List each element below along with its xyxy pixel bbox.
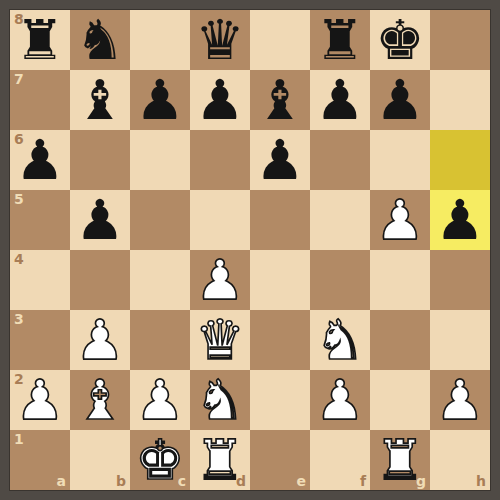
piece-black-pawn[interactable]: ♟ — [430, 190, 490, 250]
square-e7[interactable]: ♝ — [250, 70, 310, 130]
piece-black-pawn[interactable]: ♟ — [70, 190, 130, 250]
file-label-h: h — [476, 473, 486, 489]
file-label-e: e — [297, 473, 307, 489]
rank-label-4: 4 — [14, 251, 24, 267]
square-g3[interactable] — [370, 310, 430, 370]
square-e3[interactable] — [250, 310, 310, 370]
piece-black-bishop[interactable]: ♝ — [250, 70, 310, 130]
piece-white-king[interactable]: ♚ — [130, 430, 190, 490]
square-c2[interactable]: ♟ — [130, 370, 190, 430]
rank-label-5: 5 — [14, 191, 24, 207]
square-f4[interactable] — [310, 250, 370, 310]
piece-black-pawn[interactable]: ♟ — [370, 70, 430, 130]
piece-white-pawn[interactable]: ♟ — [130, 370, 190, 430]
square-f1[interactable]: f — [310, 430, 370, 490]
square-c7[interactable]: ♟ — [130, 70, 190, 130]
square-e2[interactable] — [250, 370, 310, 430]
piece-white-pawn[interactable]: ♟ — [370, 190, 430, 250]
piece-black-pawn[interactable]: ♟ — [310, 70, 370, 130]
square-d7[interactable]: ♟ — [190, 70, 250, 130]
square-d3[interactable]: ♛ — [190, 310, 250, 370]
square-b6[interactable] — [70, 130, 130, 190]
square-a1[interactable]: 1a — [10, 430, 70, 490]
piece-white-pawn[interactable]: ♟ — [10, 370, 70, 430]
piece-white-pawn[interactable]: ♟ — [430, 370, 490, 430]
square-h5[interactable]: ♟ — [430, 190, 490, 250]
square-f2[interactable]: ♟ — [310, 370, 370, 430]
square-a3[interactable]: 3 — [10, 310, 70, 370]
square-h6[interactable] — [430, 130, 490, 190]
piece-white-knight[interactable]: ♞ — [190, 370, 250, 430]
square-e5[interactable] — [250, 190, 310, 250]
piece-black-pawn[interactable]: ♟ — [250, 130, 310, 190]
square-d6[interactable] — [190, 130, 250, 190]
square-d8[interactable]: ♛ — [190, 10, 250, 70]
square-a2[interactable]: 2♟ — [10, 370, 70, 430]
square-c1[interactable]: c♚ — [130, 430, 190, 490]
square-g4[interactable] — [370, 250, 430, 310]
piece-black-knight[interactable]: ♞ — [70, 10, 130, 70]
piece-black-rook[interactable]: ♜ — [310, 10, 370, 70]
square-e6[interactable]: ♟ — [250, 130, 310, 190]
piece-black-rook[interactable]: ♜ — [10, 10, 70, 70]
square-g8[interactable]: ♚ — [370, 10, 430, 70]
square-b4[interactable] — [70, 250, 130, 310]
file-label-a: a — [57, 473, 66, 489]
chess-board: 8♜♞♛♜♚7♝♟♟♝♟♟6♟♟5♟♟♟4♟3♟♛♞2♟♝♟♞♟♟1abc♚d♜… — [10, 10, 490, 490]
rank-label-3: 3 — [14, 311, 24, 327]
square-h1[interactable]: h — [430, 430, 490, 490]
piece-black-pawn[interactable]: ♟ — [10, 130, 70, 190]
piece-white-bishop[interactable]: ♝ — [70, 370, 130, 430]
piece-white-queen[interactable]: ♛ — [190, 310, 250, 370]
square-c3[interactable] — [130, 310, 190, 370]
square-d1[interactable]: d♜ — [190, 430, 250, 490]
square-f7[interactable]: ♟ — [310, 70, 370, 130]
square-f3[interactable]: ♞ — [310, 310, 370, 370]
file-label-b: b — [116, 473, 126, 489]
square-h2[interactable]: ♟ — [430, 370, 490, 430]
piece-black-bishop[interactable]: ♝ — [70, 70, 130, 130]
square-a6[interactable]: 6♟ — [10, 130, 70, 190]
piece-black-pawn[interactable]: ♟ — [190, 70, 250, 130]
square-h7[interactable] — [430, 70, 490, 130]
square-h4[interactable] — [430, 250, 490, 310]
square-f6[interactable] — [310, 130, 370, 190]
piece-black-pawn[interactable]: ♟ — [130, 70, 190, 130]
square-a7[interactable]: 7 — [10, 70, 70, 130]
square-d4[interactable]: ♟ — [190, 250, 250, 310]
square-a8[interactable]: 8♜ — [10, 10, 70, 70]
square-g6[interactable] — [370, 130, 430, 190]
square-e4[interactable] — [250, 250, 310, 310]
square-g5[interactable]: ♟ — [370, 190, 430, 250]
piece-white-rook[interactable]: ♜ — [370, 430, 430, 490]
square-b7[interactable]: ♝ — [70, 70, 130, 130]
piece-white-rook[interactable]: ♜ — [190, 430, 250, 490]
piece-black-king[interactable]: ♚ — [370, 10, 430, 70]
square-g7[interactable]: ♟ — [370, 70, 430, 130]
square-f5[interactable] — [310, 190, 370, 250]
square-c8[interactable] — [130, 10, 190, 70]
square-b8[interactable]: ♞ — [70, 10, 130, 70]
square-b2[interactable]: ♝ — [70, 370, 130, 430]
chess-board-frame: 8♜♞♛♜♚7♝♟♟♝♟♟6♟♟5♟♟♟4♟3♟♛♞2♟♝♟♞♟♟1abc♚d♜… — [0, 0, 500, 500]
rank-label-7: 7 — [14, 71, 24, 87]
square-b1[interactable]: b — [70, 430, 130, 490]
square-c6[interactable] — [130, 130, 190, 190]
square-g1[interactable]: g♜ — [370, 430, 430, 490]
piece-white-pawn[interactable]: ♟ — [310, 370, 370, 430]
file-label-f: f — [360, 473, 366, 489]
square-b5[interactable]: ♟ — [70, 190, 130, 250]
square-b3[interactable]: ♟ — [70, 310, 130, 370]
piece-white-pawn[interactable]: ♟ — [70, 310, 130, 370]
square-c5[interactable] — [130, 190, 190, 250]
square-h8[interactable] — [430, 10, 490, 70]
piece-black-queen[interactable]: ♛ — [190, 10, 250, 70]
square-c4[interactable] — [130, 250, 190, 310]
square-e8[interactable] — [250, 10, 310, 70]
square-a5[interactable]: 5 — [10, 190, 70, 250]
piece-white-knight[interactable]: ♞ — [310, 310, 370, 370]
square-e1[interactable]: e — [250, 430, 310, 490]
square-h3[interactable] — [430, 310, 490, 370]
square-g2[interactable] — [370, 370, 430, 430]
rank-label-1: 1 — [14, 431, 24, 447]
square-f8[interactable]: ♜ — [310, 10, 370, 70]
square-d2[interactable]: ♞ — [190, 370, 250, 430]
square-a4[interactable]: 4 — [10, 250, 70, 310]
piece-white-pawn[interactable]: ♟ — [190, 250, 250, 310]
square-d5[interactable] — [190, 190, 250, 250]
